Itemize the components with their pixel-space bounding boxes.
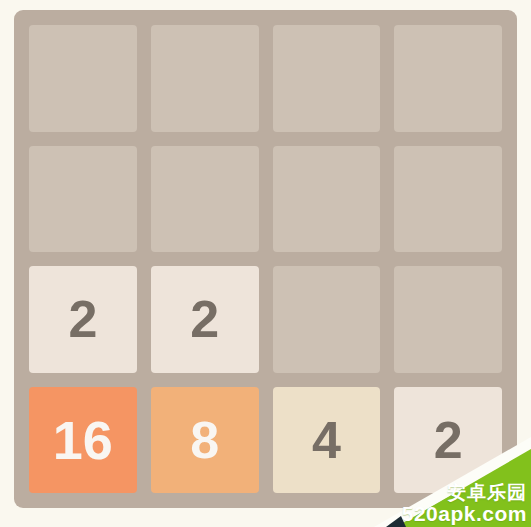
watermark-text: 安卓乐园 520apk.com [402, 483, 527, 525]
watermark-fold-shadow [0, 0, 531, 527]
watermark-fold-corner [0, 0, 531, 527]
watermark-green-triangle [0, 0, 531, 527]
screenshot-root: 2216842 安卓乐园 520apk.com [0, 0, 531, 527]
watermark-site-name: 安卓乐园 [402, 483, 527, 503]
watermark-badge: 安卓乐园 520apk.com [0, 0, 531, 527]
watermark-site-url: 520apk.com [402, 503, 527, 525]
